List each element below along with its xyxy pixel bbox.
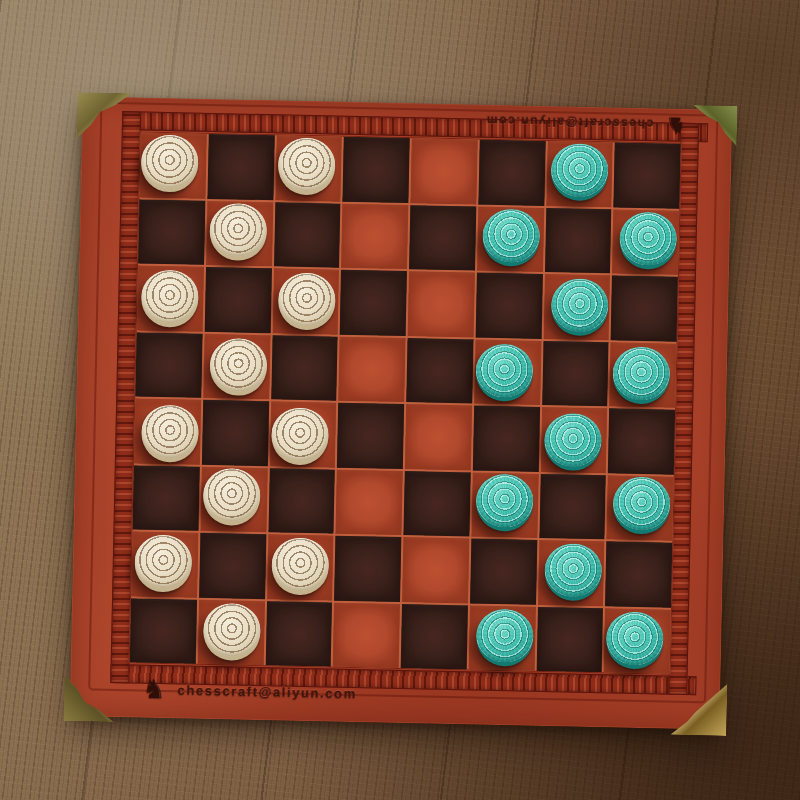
playing-field — [129, 131, 682, 674]
square-r8c3[interactable] — [265, 601, 332, 667]
checker-cream[interactable] — [141, 404, 199, 462]
checker-turquoise[interactable] — [551, 278, 609, 336]
square-r3c7[interactable] — [543, 274, 610, 340]
checker-engraved-rings — [271, 537, 329, 591]
square-r4c1[interactable] — [135, 332, 202, 398]
square-r4c7[interactable] — [542, 340, 609, 406]
checker-cream[interactable] — [141, 269, 199, 327]
square-r2c5[interactable] — [409, 205, 476, 271]
square-r6c8[interactable] — [607, 475, 674, 541]
square-r2c6[interactable] — [477, 206, 544, 272]
square-r8c4[interactable] — [333, 602, 400, 668]
checker-engraved-rings — [482, 209, 540, 263]
checker-engraved-rings — [612, 477, 670, 531]
square-r8c2[interactable] — [197, 599, 264, 665]
checker-turquoise[interactable] — [612, 477, 670, 535]
checker-engraved-rings — [619, 212, 677, 266]
checker-cream[interactable] — [209, 338, 267, 396]
square-r2c8[interactable] — [612, 209, 679, 275]
checker-cream[interactable] — [278, 272, 336, 330]
checker-engraved-rings — [210, 338, 268, 392]
checker-cream[interactable] — [135, 534, 193, 592]
square-r3c4[interactable] — [340, 270, 407, 336]
corner-protector-bottom-left — [63, 675, 114, 722]
square-r7c2[interactable] — [199, 533, 266, 599]
square-r3c6[interactable] — [475, 273, 542, 339]
checker-cream[interactable] — [277, 137, 335, 195]
square-r4c6[interactable] — [474, 339, 541, 405]
checker-turquoise[interactable] — [612, 347, 670, 405]
checker-engraved-rings — [141, 404, 199, 458]
square-r1c2[interactable] — [207, 134, 274, 200]
checker-turquoise[interactable] — [475, 344, 533, 402]
square-r6c5[interactable] — [403, 471, 470, 537]
square-r1c6[interactable] — [478, 140, 545, 206]
knight-logo-icon: ♞ — [142, 676, 166, 702]
square-r5c4[interactable] — [337, 403, 404, 469]
square-r1c4[interactable] — [343, 137, 410, 203]
square-r7c5[interactable] — [402, 537, 469, 603]
square-r7c4[interactable] — [334, 536, 401, 602]
checker-engraved-rings — [476, 609, 534, 663]
square-r3c2[interactable] — [204, 267, 271, 333]
square-r2c2[interactable] — [206, 200, 273, 266]
square-r1c1[interactable] — [139, 132, 206, 198]
checker-cream[interactable] — [141, 134, 199, 192]
checker-engraved-rings — [278, 272, 336, 326]
square-r4c8[interactable] — [609, 342, 676, 408]
checker-turquoise[interactable] — [482, 209, 540, 267]
checker-engraved-rings — [203, 603, 261, 657]
checker-turquoise[interactable] — [544, 413, 602, 471]
square-r7c8[interactable] — [605, 541, 672, 607]
knight-logo-icon: ♞ — [665, 113, 686, 136]
square-r6c7[interactable] — [539, 473, 606, 539]
brand-label-top: ♞ chesscraft@aliyun.com — [485, 110, 686, 137]
square-r3c3[interactable] — [272, 268, 339, 334]
checker-cream[interactable] — [203, 603, 261, 661]
checker-turquoise[interactable] — [544, 543, 602, 601]
square-r1c3[interactable] — [275, 135, 342, 201]
checker-engraved-rings — [475, 344, 533, 398]
square-r4c5[interactable] — [406, 338, 473, 404]
square-r5c1[interactable] — [134, 398, 201, 464]
checker-turquoise[interactable] — [619, 212, 677, 270]
checker-cream[interactable] — [271, 407, 329, 465]
square-r8c7[interactable] — [536, 606, 603, 672]
square-r4c4[interactable] — [338, 336, 405, 402]
square-r1c5[interactable] — [410, 138, 477, 204]
square-r4c2[interactable] — [203, 333, 270, 399]
checker-turquoise[interactable] — [476, 474, 534, 532]
checker-engraved-rings — [141, 134, 199, 188]
square-r5c7[interactable] — [540, 407, 607, 473]
square-r6c3[interactable] — [268, 468, 335, 534]
square-r7c1[interactable] — [131, 531, 198, 597]
square-r2c7[interactable] — [544, 207, 611, 273]
checker-engraved-rings — [476, 474, 534, 528]
checker-cream[interactable] — [271, 537, 329, 595]
checker-engraved-rings — [209, 203, 267, 257]
square-r1c8[interactable] — [614, 142, 681, 208]
square-r5c8[interactable] — [608, 408, 675, 474]
board-mat: ♞ chesscraft@aliyun.com ♞ chesscraft@ali… — [70, 96, 733, 729]
checker-engraved-rings — [135, 534, 193, 588]
checker-engraved-rings — [271, 407, 329, 461]
square-r7c3[interactable] — [267, 534, 334, 600]
square-r8c6[interactable] — [468, 605, 535, 671]
square-r4c3[interactable] — [271, 335, 338, 401]
square-r5c6[interactable] — [473, 406, 540, 472]
square-r7c7[interactable] — [538, 540, 605, 606]
square-r5c3[interactable] — [269, 401, 336, 467]
square-r2c1[interactable] — [138, 199, 205, 265]
square-r3c5[interactable] — [408, 271, 475, 337]
square-r8c8[interactable] — [604, 608, 671, 674]
table-photo: ♞ chesscraft@aliyun.com ♞ chesscraft@ali… — [0, 0, 800, 800]
brand-label-bottom: ♞ chesscraft@aliyun.com — [142, 676, 357, 706]
brand-email-text: chesscraft@aliyun.com — [177, 682, 357, 701]
square-r6c1[interactable] — [133, 465, 200, 531]
square-r7c6[interactable] — [470, 538, 537, 604]
square-r5c2[interactable] — [202, 400, 269, 466]
square-r1c7[interactable] — [546, 141, 613, 207]
checker-engraved-rings — [278, 137, 336, 191]
brand-email-text: chesscraft@aliyun.com — [485, 114, 653, 132]
square-r8c5[interactable] — [401, 604, 468, 670]
checker-engraved-rings — [605, 612, 663, 666]
square-r5c5[interactable] — [405, 404, 472, 470]
checker-engraved-rings — [141, 269, 199, 323]
checker-engraved-rings — [203, 468, 261, 522]
square-r2c4[interactable] — [341, 203, 408, 269]
square-r6c2[interactable] — [200, 466, 267, 532]
checker-engraved-rings — [612, 347, 670, 401]
checker-turquoise[interactable] — [476, 609, 534, 667]
checker-engraved-rings — [544, 543, 602, 597]
checker-turquoise[interactable] — [605, 612, 663, 670]
checker-cream[interactable] — [209, 203, 267, 261]
square-r6c6[interactable] — [471, 472, 538, 538]
square-r3c8[interactable] — [611, 275, 678, 341]
square-r2c3[interactable] — [274, 202, 341, 268]
checker-engraved-rings — [550, 143, 608, 197]
square-r8c1[interactable] — [130, 598, 197, 664]
square-r3c1[interactable] — [137, 265, 204, 331]
checker-turquoise[interactable] — [550, 143, 608, 201]
checker-engraved-rings — [551, 278, 609, 332]
checker-engraved-rings — [544, 413, 602, 467]
square-r6c4[interactable] — [336, 469, 403, 535]
checker-cream[interactable] — [203, 468, 261, 526]
